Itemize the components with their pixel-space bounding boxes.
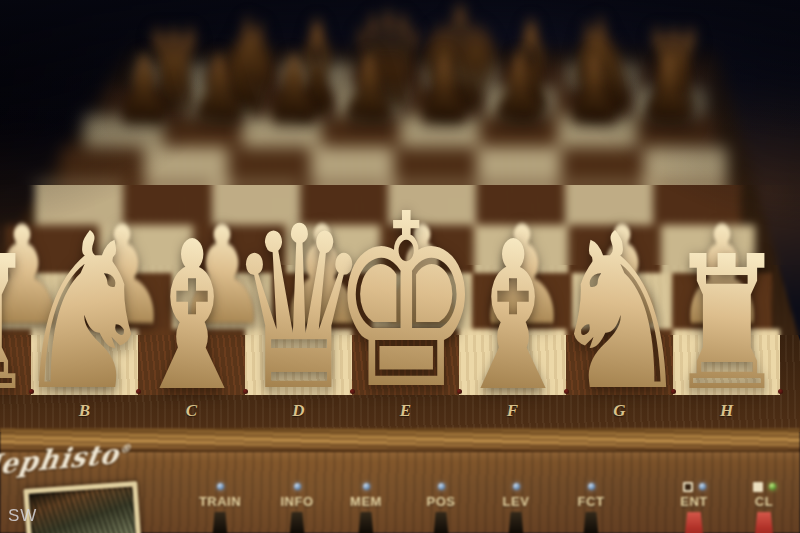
pos-key[interactable] (433, 512, 450, 533)
train-key[interactable] (212, 512, 229, 533)
blue-led-icon (588, 483, 595, 490)
cl-button-group: CL (722, 480, 800, 533)
lev-key[interactable] (508, 512, 525, 533)
train-label: TRAIN (199, 494, 241, 509)
piece-black-pawn-b7: ♟ (188, 54, 250, 126)
piece-black-pawn-d7: ♟ (338, 54, 400, 126)
indicator-row (294, 480, 301, 493)
blue-led-icon (513, 483, 520, 490)
photo-scene: ♟♟♟♟♟♟♟♟♜♞♝♛♚♝♞♜ ♟♟♟♟♟♟♟♟ ♜♞♝♛♚♝♞♜ BCDEF… (0, 0, 800, 533)
cl-key[interactable] (754, 512, 775, 533)
registered-mark: ® (119, 442, 133, 456)
indicator-row (683, 480, 706, 493)
piece-black-pawn-f7: ♟ (488, 54, 550, 126)
indicator-row (588, 480, 595, 493)
fct-button-group: FCT (549, 480, 633, 533)
indicator-row (513, 480, 520, 493)
lev-button-group: LEV (474, 480, 558, 533)
info-label: INFO (280, 494, 313, 509)
train-button-group: TRAIN (178, 480, 262, 533)
blue-led-icon (363, 483, 370, 490)
blue-led-icon (217, 483, 224, 490)
blue-led-icon (294, 483, 301, 490)
square-a5 (61, 147, 144, 183)
mem-button-group: MEM (324, 480, 408, 533)
piece-white-rook-h1: ♜ (667, 249, 786, 401)
piece-black-pawn-e7: ♟ (413, 54, 475, 126)
cl-label: CL (755, 494, 773, 509)
fct-label: FCT (578, 494, 605, 509)
piece-black-pawn-c7: ♟ (263, 54, 325, 126)
indicator-row (217, 480, 224, 493)
fct-key[interactable] (583, 512, 600, 533)
info-key[interactable] (289, 512, 306, 533)
mem-key[interactable] (358, 512, 375, 533)
blue-led-icon (699, 483, 706, 490)
lcd-display (23, 481, 142, 533)
mephisto-control-console: Mephisto® TRAININFOMEMPOSLEVFCTENTCL (0, 428, 800, 533)
mem-label: MEM (350, 494, 382, 509)
ent-label: ENT (680, 494, 708, 509)
indicator-row (438, 480, 445, 493)
square-g5 (561, 147, 644, 183)
square-b5 (144, 147, 227, 183)
square-outline-icon (683, 482, 693, 492)
blue-led-icon (438, 483, 445, 490)
square-h5 (644, 147, 727, 183)
indicator-row (363, 480, 370, 493)
pos-label: POS (427, 494, 456, 509)
indicator-row (753, 480, 776, 493)
piece-black-pawn-g7: ♟ (563, 54, 625, 126)
piece-black-pawn-h7: ♟ (638, 54, 700, 126)
square-f5 (477, 147, 560, 183)
ent-key[interactable] (684, 512, 705, 533)
photographer-watermark: SW (8, 506, 37, 526)
green-led-icon (769, 483, 776, 490)
piece-black-pawn-a7: ♟ (113, 54, 175, 126)
lev-label: LEV (503, 494, 530, 509)
pos-button-group: POS (399, 480, 483, 533)
square-solid-icon (753, 482, 763, 492)
